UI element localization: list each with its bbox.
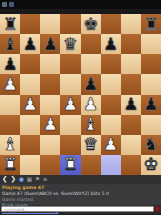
square-h6[interactable]: [141, 54, 161, 74]
square-g3[interactable]: [121, 115, 141, 135]
square-g8[interactable]: [121, 14, 141, 34]
square-c2[interactable]: [40, 135, 60, 155]
black-pawn[interactable]: ♟: [103, 35, 118, 52]
window-titlebar: [0, 0, 161, 9]
send-button[interactable]: [155, 206, 160, 212]
square-a7[interactable]: ♝: [0, 34, 20, 54]
square-f5[interactable]: [101, 74, 121, 94]
square-g5[interactable]: [121, 74, 141, 94]
white-pawn[interactable]: ♟: [23, 96, 38, 113]
square-d8[interactable]: [60, 14, 80, 34]
square-e6[interactable]: [81, 54, 101, 74]
console-toolbar: ❮ ❯ ● ▦ ⚑ ≡: [0, 175, 161, 184]
square-b4[interactable]: ♟: [20, 95, 40, 115]
square-d7[interactable]: ♛: [60, 34, 80, 54]
square-c5[interactable]: [40, 74, 60, 94]
square-d6[interactable]: [60, 54, 80, 74]
black-rook[interactable]: ♜: [2, 15, 17, 32]
square-d2[interactable]: [60, 135, 80, 155]
command-bar: [0, 205, 161, 213]
board-icon[interactable]: [9, 2, 14, 7]
square-c1[interactable]: [40, 155, 60, 175]
white-pawn[interactable]: ♟: [2, 75, 17, 92]
black-knight[interactable]: ♞: [143, 136, 158, 153]
square-a5[interactable]: ♟: [0, 74, 20, 94]
square-f4[interactable]: [101, 95, 121, 115]
square-c4[interactable]: [40, 95, 60, 115]
black-pawn[interactable]: ♟: [83, 75, 98, 92]
square-a8[interactable]: ♜: [0, 14, 20, 34]
white-queen[interactable]: ♛: [83, 136, 98, 153]
white-rook[interactable]: ♜: [63, 156, 78, 173]
menu-lines-icon[interactable]: ≡: [43, 177, 48, 183]
black-pawn[interactable]: ♟: [23, 35, 38, 52]
black-king[interactable]: ♚: [83, 15, 98, 32]
square-e8[interactable]: ♚: [81, 14, 101, 34]
flag-icon[interactable]: ⚑: [35, 177, 40, 183]
square-g7[interactable]: [121, 34, 141, 54]
white-pawn[interactable]: ♟: [63, 96, 78, 113]
square-b1[interactable]: [20, 155, 40, 175]
square-b7[interactable]: ♟: [20, 34, 40, 54]
square-f8[interactable]: [101, 14, 121, 34]
console-output: Playing game 47 Game 47 (GuestABCD vs. G…: [0, 184, 161, 205]
black-pawn[interactable]: ♟: [2, 55, 17, 72]
square-e7[interactable]: [81, 34, 101, 54]
square-h1[interactable]: ♚: [141, 155, 161, 175]
square-a1[interactable]: ♜: [0, 155, 20, 175]
square-a3[interactable]: [0, 115, 20, 135]
app-icon[interactable]: [2, 2, 7, 7]
black-rook[interactable]: ♜: [143, 15, 158, 32]
square-h4[interactable]: ♟: [141, 95, 161, 115]
square-e5[interactable]: ♟: [81, 74, 101, 94]
white-king[interactable]: ♚: [143, 156, 158, 173]
white-bishop[interactable]: ♝: [83, 116, 98, 133]
forward-arrow-icon[interactable]: ❯: [10, 176, 15, 183]
square-h3[interactable]: [141, 115, 161, 135]
square-a4[interactable]: [0, 95, 20, 115]
square-f3[interactable]: [101, 115, 121, 135]
white-pawn[interactable]: ♟: [83, 96, 98, 113]
square-e2[interactable]: ♛: [81, 135, 101, 155]
square-b6[interactable]: [20, 54, 40, 74]
board-list-icon[interactable]: ▦: [27, 177, 32, 183]
chess-board: ♜♚♜♝♟♟♛♟♟♟♟♟♟♟♟♟♟♝♝♛♟♞♜♜♚: [0, 14, 161, 175]
square-c7[interactable]: ♟: [40, 34, 60, 54]
square-f7[interactable]: ♟: [101, 34, 121, 54]
black-bishop[interactable]: ♝: [2, 35, 17, 52]
white-bishop[interactable]: ♝: [2, 136, 17, 153]
connection-icon[interactable]: ●: [19, 177, 24, 183]
black-queen[interactable]: ♛: [63, 35, 78, 52]
square-b2[interactable]: [20, 135, 40, 155]
square-f1[interactable]: [101, 155, 121, 175]
square-h8[interactable]: ♜: [141, 14, 161, 34]
square-c3[interactable]: ♟: [40, 115, 60, 135]
square-b8[interactable]: [20, 14, 40, 34]
white-pawn[interactable]: ♟: [43, 116, 58, 133]
square-g1[interactable]: [121, 155, 141, 175]
square-g2[interactable]: [121, 135, 141, 155]
square-c8[interactable]: [40, 14, 60, 34]
square-e1[interactable]: [81, 155, 101, 175]
square-a2[interactable]: ♝: [0, 135, 20, 155]
square-f2[interactable]: ♟: [101, 135, 121, 155]
back-arrow-icon[interactable]: ❮: [2, 176, 7, 183]
square-f6[interactable]: [101, 54, 121, 74]
white-pawn[interactable]: ♟: [103, 136, 118, 153]
square-d4[interactable]: ♟: [60, 95, 80, 115]
square-h2[interactable]: ♞: [141, 135, 161, 155]
square-g4[interactable]: ♟: [121, 95, 141, 115]
square-d1[interactable]: ♜: [60, 155, 80, 175]
black-pawn[interactable]: ♟: [43, 35, 58, 52]
square-e3[interactable]: ♝: [81, 115, 101, 135]
square-b5[interactable]: [20, 74, 40, 94]
square-d5[interactable]: [60, 74, 80, 94]
white-rook[interactable]: ♜: [2, 156, 17, 173]
square-g6[interactable]: [121, 54, 141, 74]
command-input[interactable]: [1, 206, 154, 212]
square-a6[interactable]: ♟: [0, 54, 20, 74]
square-h7[interactable]: [141, 34, 161, 54]
square-c6[interactable]: [40, 54, 60, 74]
square-b3[interactable]: [20, 115, 40, 135]
black-pawn[interactable]: ♟: [123, 96, 138, 113]
black-pawn[interactable]: ♟: [143, 96, 158, 113]
square-h5[interactable]: [141, 74, 161, 94]
square-d3[interactable]: [60, 115, 80, 135]
square-e4[interactable]: ♟: [81, 95, 101, 115]
